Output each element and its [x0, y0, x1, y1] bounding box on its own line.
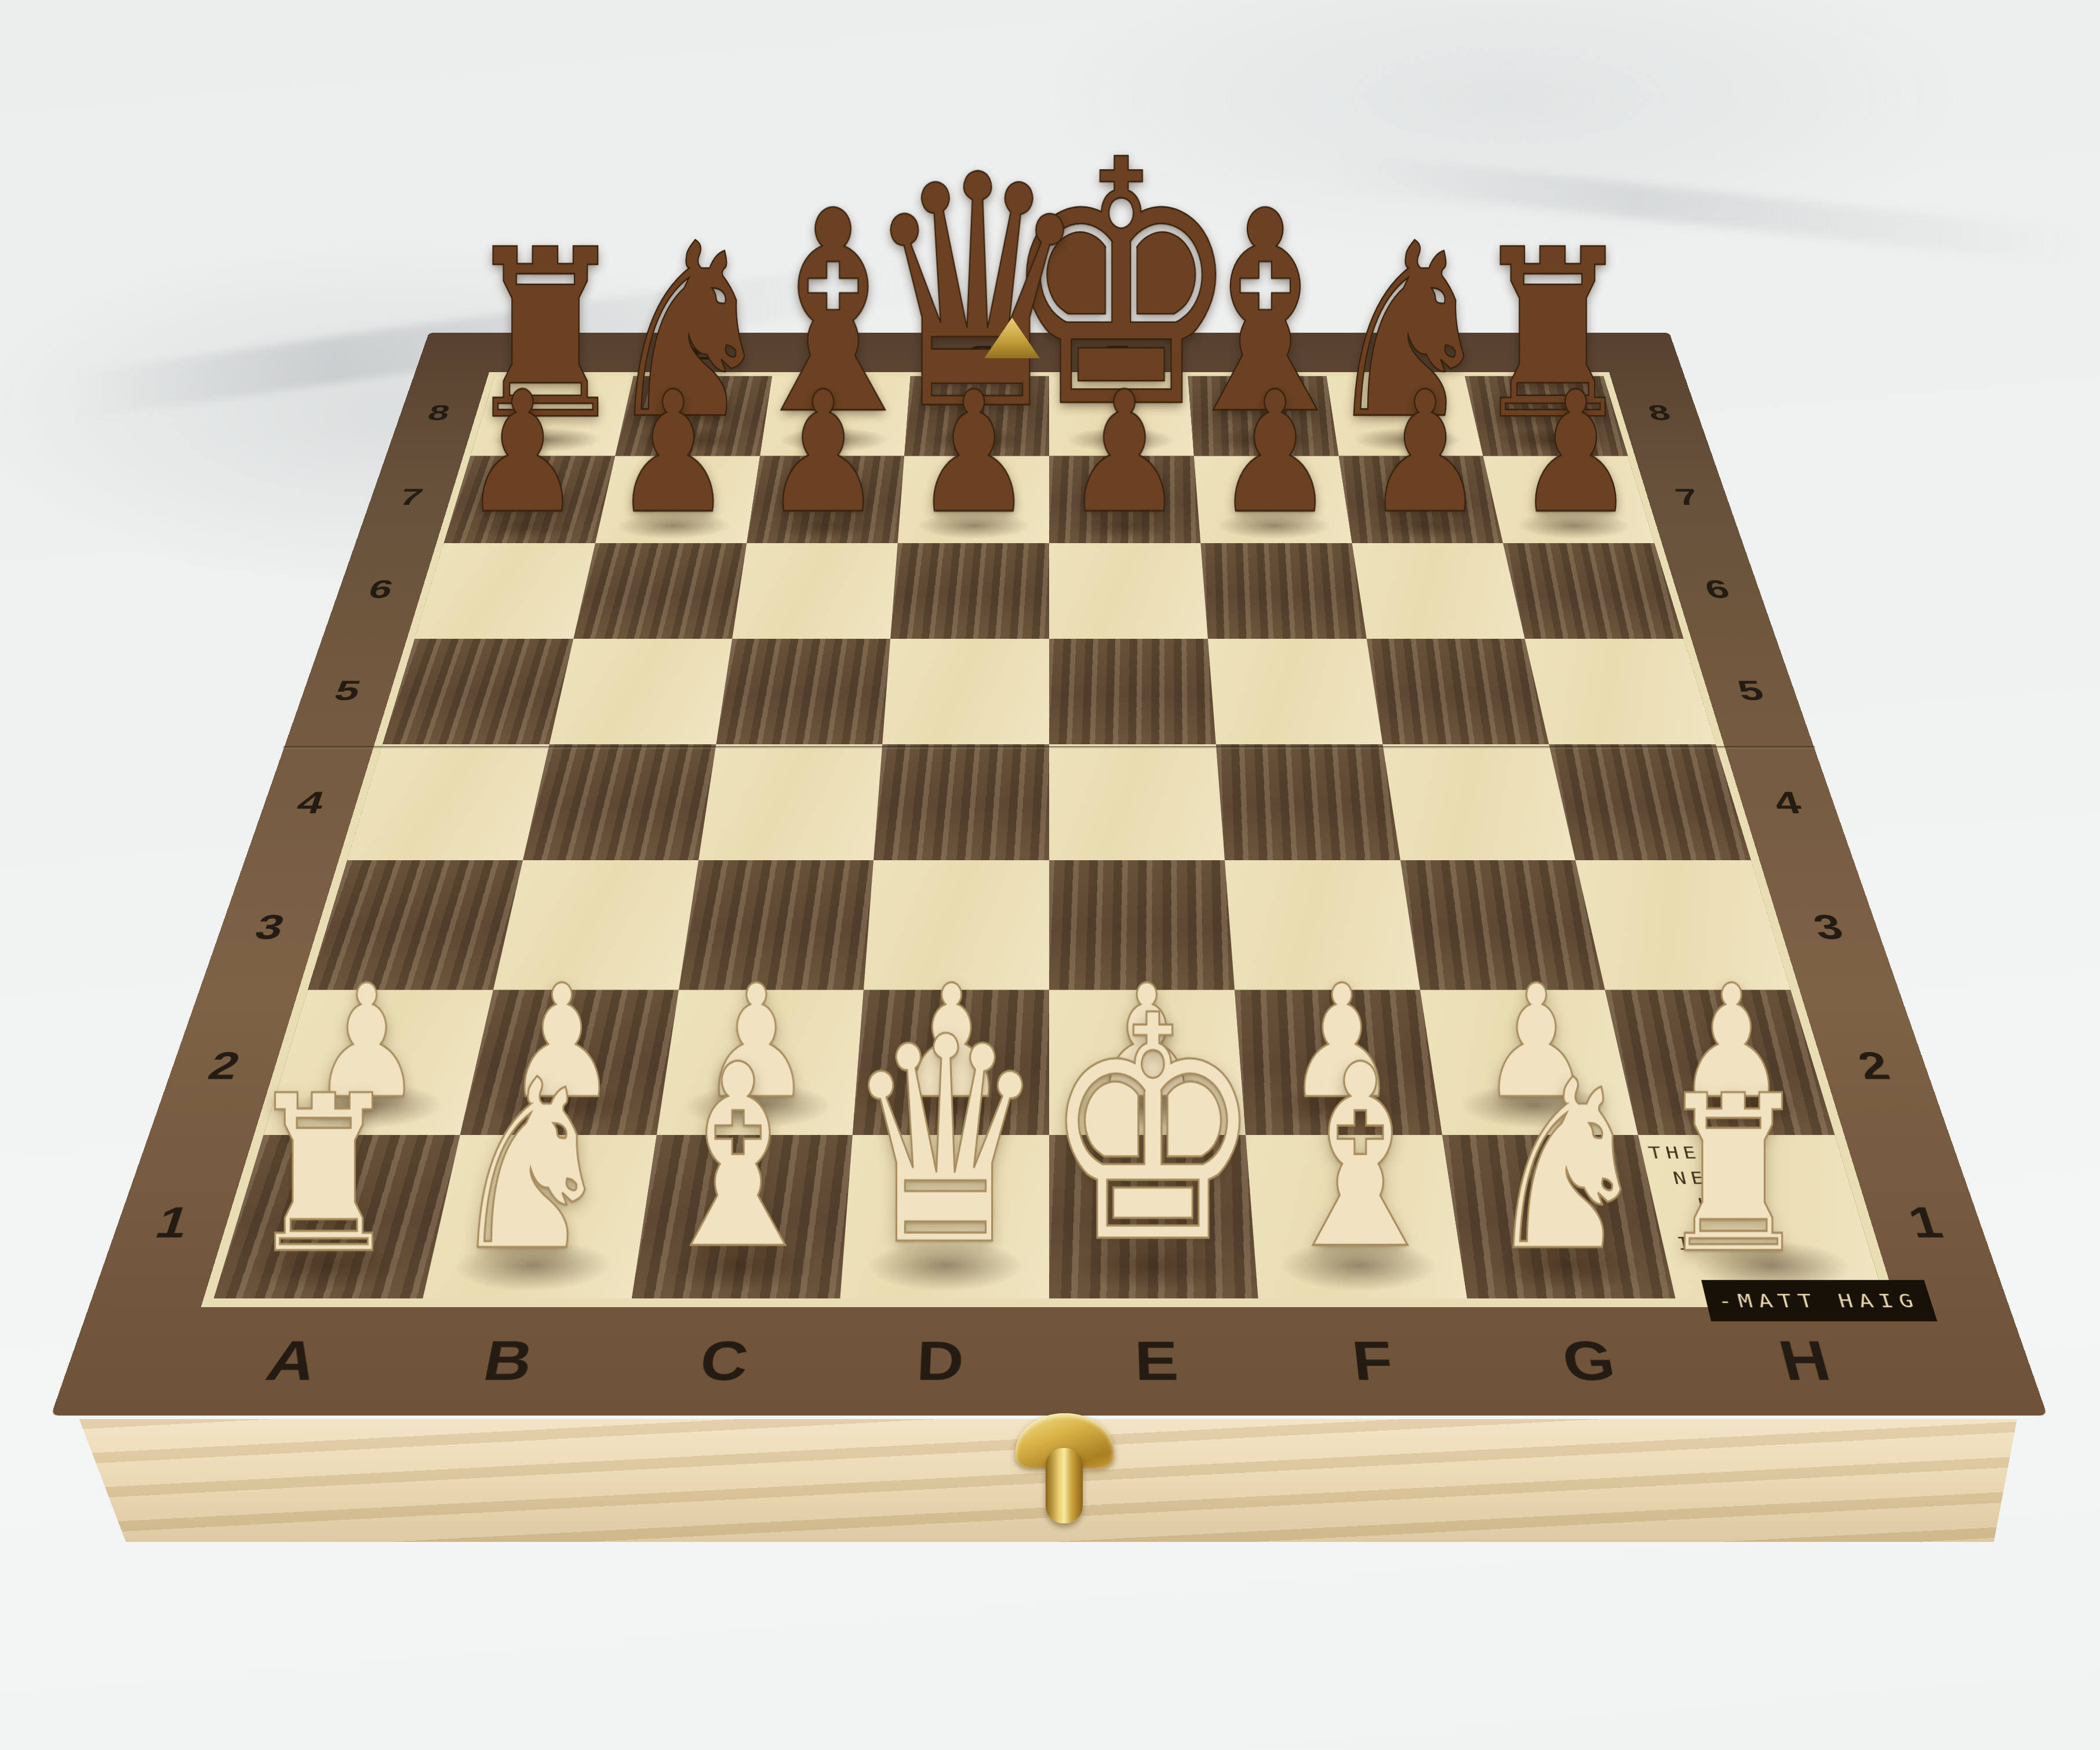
square-e1[interactable]: ♚	[1049, 1135, 1258, 1298]
square-d1[interactable]: ♛	[840, 1135, 1049, 1298]
square-f4[interactable]	[1215, 744, 1400, 861]
board-inner-border: ♜♞♝♛♚♝♞♜♟♟♟♟♟♟♟♟♟♟♟♟♟♟♟♟♜♞♝♛♚♝♞THE CNEUI…	[201, 372, 1897, 1307]
black-pawn[interactable]: ♟	[1215, 373, 1335, 532]
square-a4[interactable]	[347, 744, 549, 861]
square-d7[interactable]: ♟	[898, 456, 1049, 543]
square-a7[interactable]: ♟	[444, 456, 615, 543]
coordinate-label: H	[1690, 1329, 1923, 1394]
coordinate-label: 6	[353, 542, 407, 639]
square-d5[interactable]	[883, 639, 1049, 744]
coordinate-label: A	[175, 1329, 409, 1394]
black-pawn[interactable]: ♟	[1064, 373, 1184, 532]
black-pawn[interactable]: ♟	[914, 373, 1034, 532]
square-e6[interactable]	[1049, 543, 1208, 639]
white-king[interactable]: ♚	[1042, 984, 1264, 1278]
coordinate-label: 3	[1794, 863, 1864, 995]
coordinate-label: E	[1049, 1329, 1268, 1394]
square-a5[interactable]	[383, 639, 573, 744]
square-f5[interactable]	[1208, 639, 1382, 744]
coordinate-label: 5	[318, 638, 377, 745]
coordinate-label: 6	[1691, 542, 1745, 639]
square-g1[interactable]: ♞	[1442, 1135, 1676, 1298]
square-e7[interactable]: ♟	[1049, 456, 1200, 543]
square-f1[interactable]: ♝	[1246, 1135, 1467, 1298]
square-b7[interactable]: ♟	[595, 456, 760, 543]
coordinate-label: 8	[1636, 373, 1684, 454]
square-c1[interactable]: ♝	[631, 1135, 853, 1298]
square-a6[interactable]	[414, 543, 595, 639]
white-bishop[interactable]: ♝	[1269, 1038, 1450, 1278]
square-g6[interactable]	[1352, 543, 1525, 639]
square-f7[interactable]: ♟	[1194, 456, 1352, 543]
square-h7[interactable]: ♟	[1483, 456, 1654, 543]
square-c6[interactable]	[732, 543, 898, 639]
white-rook[interactable]: ♜	[246, 1072, 401, 1278]
file-labels-near: ABCDEFGH	[168, 1308, 1930, 1416]
square-g4[interactable]	[1382, 744, 1575, 861]
coordinate-label: B	[394, 1329, 622, 1394]
square-c7[interactable]: ♟	[747, 456, 905, 543]
coordinate-label: D	[831, 1329, 1049, 1394]
white-bishop[interactable]: ♝	[648, 1038, 829, 1278]
chessboard-scene: ABCDEFGH ABCDEFGH 87654321 87654321 ♜♞♝♛…	[51, 333, 2047, 1416]
coordinate-label: 4	[1756, 745, 1820, 863]
square-b4[interactable]	[523, 744, 716, 861]
square-a1[interactable]: ♜	[214, 1135, 460, 1298]
clasp-knob	[1046, 1448, 1083, 1523]
black-pawn[interactable]: ♟	[1366, 373, 1486, 532]
white-knight[interactable]: ♞	[1483, 1056, 1651, 1278]
square-e5[interactable]	[1049, 639, 1215, 744]
square-b1[interactable]: ♞	[423, 1135, 656, 1298]
black-pawn[interactable]: ♟	[613, 373, 733, 532]
black-pawn[interactable]: ♟	[763, 373, 883, 532]
coordinate-label: C	[612, 1329, 836, 1394]
coordinate-label: 1	[130, 1141, 214, 1308]
square-d6[interactable]	[890, 543, 1049, 639]
square-h1[interactable]: THE CNEUI-MATT HAIG♜	[1638, 1135, 1884, 1298]
square-g5[interactable]	[1366, 639, 1549, 744]
white-rook[interactable]: ♜	[1655, 1072, 1810, 1278]
square-f6[interactable]	[1200, 543, 1366, 639]
coordinate-label: 3	[234, 863, 304, 995]
board-frame: ABCDEFGH ABCDEFGH 87654321 87654321 ♜♞♝♛…	[51, 333, 2047, 1416]
coordinate-label: 7	[385, 454, 436, 542]
white-knight[interactable]: ♞	[447, 1056, 615, 1278]
coordinate-label: 5	[1722, 638, 1781, 745]
square-e4[interactable]	[1049, 744, 1225, 861]
square-h6[interactable]	[1503, 543, 1683, 639]
coordinate-label: 2	[1837, 994, 1913, 1141]
black-pawn[interactable]: ♟	[463, 373, 583, 532]
brass-clasp[interactable]	[1016, 1413, 1114, 1535]
square-d4[interactable]	[874, 744, 1049, 861]
coordinate-label: G	[1476, 1329, 1705, 1394]
square-b5[interactable]	[549, 639, 732, 744]
coordinate-label: 7	[1662, 454, 1713, 542]
quote-attribution: -MATT HAIG	[1702, 1280, 1938, 1321]
coordinate-label: F	[1262, 1329, 1486, 1394]
coordinate-label: 8	[415, 373, 463, 454]
black-pawn[interactable]: ♟	[1516, 373, 1636, 532]
coordinate-label: 4	[278, 745, 342, 863]
square-b6[interactable]	[573, 543, 747, 639]
square-h4[interactable]	[1549, 744, 1751, 861]
square-g7[interactable]: ♟	[1338, 456, 1503, 543]
square-c5[interactable]	[716, 639, 890, 744]
chessboard: ♜♞♝♛♚♝♞♜♟♟♟♟♟♟♟♟♟♟♟♟♟♟♟♟♜♞♝♛♚♝♞THE CNEUI…	[214, 376, 1884, 1298]
square-h5[interactable]	[1525, 639, 1716, 744]
square-c4[interactable]	[698, 744, 882, 861]
white-queen[interactable]: ♛	[843, 1007, 1047, 1278]
